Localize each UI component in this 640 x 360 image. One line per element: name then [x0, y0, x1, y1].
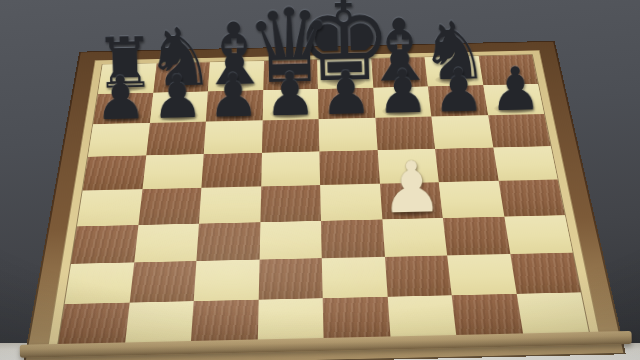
- square-e4[interactable]: [320, 184, 382, 221]
- square-b6[interactable]: [146, 122, 206, 155]
- square-a2[interactable]: [65, 262, 134, 303]
- square-a4[interactable]: [77, 189, 142, 226]
- chess-board: ♜♞♝♛♚♝♞♟♟♟♟♟♟♟♟♟: [22, 41, 626, 360]
- square-f1[interactable]: [387, 295, 456, 339]
- square-e6[interactable]: [319, 118, 378, 151]
- square-d4[interactable]: [260, 185, 321, 222]
- black-pawn-h7[interactable]: ♟: [489, 64, 542, 114]
- square-d1[interactable]: [257, 298, 323, 342]
- square-f7[interactable]: ♟: [373, 86, 431, 118]
- black-pawn-f7[interactable]: ♟: [376, 67, 429, 117]
- square-e1[interactable]: [323, 296, 390, 340]
- black-pawn-d7[interactable]: ♟: [263, 69, 316, 119]
- square-a5[interactable]: [83, 155, 146, 190]
- square-d7[interactable]: ♟: [262, 89, 318, 121]
- square-d3[interactable]: [259, 221, 322, 260]
- square-g2[interactable]: [447, 254, 516, 295]
- square-h5[interactable]: [493, 146, 558, 181]
- black-pawn-e7[interactable]: ♟: [320, 68, 373, 118]
- square-e3[interactable]: [321, 219, 385, 258]
- square-g1[interactable]: [452, 294, 523, 337]
- square-d6[interactable]: [262, 119, 320, 152]
- square-g6[interactable]: [431, 115, 492, 148]
- photo-stage: ♜♞♝♛♚♝♞♟♟♟♟♟♟♟♟♟: [0, 0, 640, 360]
- perspective-scene: ♜♞♝♛♚♝♞♟♟♟♟♟♟♟♟♟: [0, 0, 640, 360]
- square-f3[interactable]: [382, 218, 447, 257]
- square-g4[interactable]: [439, 181, 504, 218]
- black-pawn-b7[interactable]: ♟: [151, 72, 204, 122]
- square-b5[interactable]: [142, 154, 204, 189]
- square-e5[interactable]: [319, 150, 379, 185]
- square-h4[interactable]: [498, 180, 565, 217]
- square-h2[interactable]: [510, 252, 581, 293]
- square-a3[interactable]: [71, 225, 138, 264]
- black-pawn-a7[interactable]: ♟: [94, 73, 147, 123]
- square-f4[interactable]: ♟: [379, 182, 442, 219]
- square-e2[interactable]: [322, 257, 387, 298]
- square-d5[interactable]: [261, 151, 320, 186]
- square-h3[interactable]: [504, 215, 573, 254]
- square-a6[interactable]: [88, 123, 149, 156]
- square-c3[interactable]: [196, 222, 260, 261]
- square-a1[interactable]: [58, 302, 129, 346]
- square-e7[interactable]: ♟: [318, 87, 375, 119]
- square-b7[interactable]: ♟: [150, 91, 208, 123]
- square-b3[interactable]: [134, 223, 199, 262]
- square-h6[interactable]: [488, 114, 551, 147]
- board-tilt-wrapper: ♜♞♝♛♚♝♞♟♟♟♟♟♟♟♟♟: [0, 0, 640, 360]
- square-c2[interactable]: [194, 260, 259, 301]
- square-g3[interactable]: [443, 216, 510, 255]
- square-c6[interactable]: [204, 120, 263, 153]
- square-g5[interactable]: [435, 147, 498, 182]
- square-a7[interactable]: ♟: [93, 92, 153, 124]
- board-squares: ♜♞♝♛♚♝♞♟♟♟♟♟♟♟♟♟: [58, 55, 589, 346]
- square-c1[interactable]: [191, 299, 258, 343]
- square-c7[interactable]: ♟: [206, 90, 263, 122]
- board-frame: ♜♞♝♛♚♝♞♟♟♟♟♟♟♟♟♟: [22, 41, 626, 360]
- square-d2[interactable]: [258, 258, 322, 299]
- white-pawn-f4[interactable]: ♟: [380, 159, 442, 218]
- square-h7[interactable]: ♟: [483, 84, 544, 116]
- square-g7[interactable]: ♟: [428, 85, 488, 117]
- square-b4[interactable]: [138, 188, 201, 225]
- square-b1[interactable]: [124, 301, 193, 345]
- square-h1[interactable]: [516, 292, 589, 335]
- square-b2[interactable]: [129, 261, 196, 302]
- square-f2[interactable]: [384, 255, 451, 296]
- square-c5[interactable]: [201, 153, 261, 188]
- black-pawn-g7[interactable]: ♟: [433, 65, 486, 115]
- square-c4[interactable]: [199, 186, 261, 223]
- black-pawn-c7[interactable]: ♟: [207, 70, 260, 120]
